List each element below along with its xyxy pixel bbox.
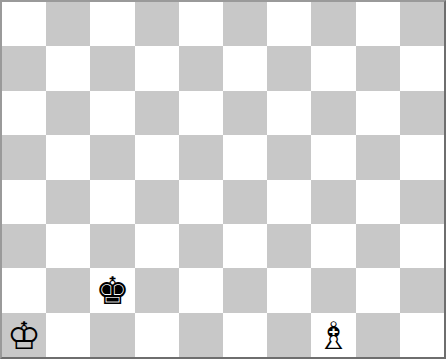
square-c3[interactable]: [90, 224, 134, 268]
square-g4[interactable]: [267, 180, 311, 224]
square-c8[interactable]: [90, 2, 134, 46]
square-i2[interactable]: [356, 268, 400, 312]
square-c5[interactable]: [90, 135, 134, 179]
square-g8[interactable]: [267, 2, 311, 46]
square-f8[interactable]: [223, 2, 267, 46]
square-f2[interactable]: [223, 268, 267, 312]
square-g5[interactable]: [267, 135, 311, 179]
square-j7[interactable]: [400, 46, 444, 90]
square-i5[interactable]: [356, 135, 400, 179]
square-b6[interactable]: [46, 91, 90, 135]
square-c7[interactable]: [90, 46, 134, 90]
square-i3[interactable]: [356, 224, 400, 268]
square-h8[interactable]: [311, 2, 355, 46]
square-g3[interactable]: [267, 224, 311, 268]
square-h5[interactable]: [311, 135, 355, 179]
square-c1[interactable]: [90, 313, 134, 357]
square-f5[interactable]: [223, 135, 267, 179]
square-d7[interactable]: [135, 46, 179, 90]
square-d4[interactable]: [135, 180, 179, 224]
square-h6[interactable]: [311, 91, 355, 135]
square-d6[interactable]: [135, 91, 179, 135]
square-i8[interactable]: [356, 2, 400, 46]
square-i1[interactable]: [356, 313, 400, 357]
square-e4[interactable]: [179, 180, 223, 224]
black-king[interactable]: ♚: [95, 272, 129, 310]
square-f6[interactable]: [223, 91, 267, 135]
square-a7[interactable]: [2, 46, 46, 90]
square-b1[interactable]: [46, 313, 90, 357]
square-d2[interactable]: [135, 268, 179, 312]
square-e2[interactable]: [179, 268, 223, 312]
square-g1[interactable]: [267, 313, 311, 357]
square-h3[interactable]: [311, 224, 355, 268]
square-h4[interactable]: [311, 180, 355, 224]
square-e6[interactable]: [179, 91, 223, 135]
square-i7[interactable]: [356, 46, 400, 90]
square-f7[interactable]: [223, 46, 267, 90]
square-g7[interactable]: [267, 46, 311, 90]
square-b5[interactable]: [46, 135, 90, 179]
square-e5[interactable]: [179, 135, 223, 179]
white-bishop[interactable]: ♗: [316, 317, 350, 355]
square-e3[interactable]: [179, 224, 223, 268]
chess-board: ♚♔♗: [0, 0, 446, 359]
square-d5[interactable]: [135, 135, 179, 179]
square-d8[interactable]: [135, 2, 179, 46]
square-g2[interactable]: [267, 268, 311, 312]
square-a1[interactable]: ♔: [2, 313, 46, 357]
square-e7[interactable]: [179, 46, 223, 90]
square-a3[interactable]: [2, 224, 46, 268]
square-i6[interactable]: [356, 91, 400, 135]
square-f4[interactable]: [223, 180, 267, 224]
square-g6[interactable]: [267, 91, 311, 135]
square-f3[interactable]: [223, 224, 267, 268]
square-j4[interactable]: [400, 180, 444, 224]
square-d1[interactable]: [135, 313, 179, 357]
square-a6[interactable]: [2, 91, 46, 135]
square-b4[interactable]: [46, 180, 90, 224]
square-i4[interactable]: [356, 180, 400, 224]
square-j5[interactable]: [400, 135, 444, 179]
square-b2[interactable]: [46, 268, 90, 312]
square-j8[interactable]: [400, 2, 444, 46]
square-a4[interactable]: [2, 180, 46, 224]
square-c2[interactable]: ♚: [90, 268, 134, 312]
square-j2[interactable]: [400, 268, 444, 312]
square-j1[interactable]: [400, 313, 444, 357]
square-b3[interactable]: [46, 224, 90, 268]
square-b7[interactable]: [46, 46, 90, 90]
square-c6[interactable]: [90, 91, 134, 135]
square-a8[interactable]: [2, 2, 46, 46]
square-a2[interactable]: [2, 268, 46, 312]
square-b8[interactable]: [46, 2, 90, 46]
square-j6[interactable]: [400, 91, 444, 135]
square-j3[interactable]: [400, 224, 444, 268]
square-e1[interactable]: [179, 313, 223, 357]
square-h7[interactable]: [311, 46, 355, 90]
white-king[interactable]: ♔: [7, 317, 41, 355]
square-h2[interactable]: [311, 268, 355, 312]
square-e8[interactable]: [179, 2, 223, 46]
square-h1[interactable]: ♗: [311, 313, 355, 357]
square-d3[interactable]: [135, 224, 179, 268]
square-a5[interactable]: [2, 135, 46, 179]
square-f1[interactable]: [223, 313, 267, 357]
square-c4[interactable]: [90, 180, 134, 224]
